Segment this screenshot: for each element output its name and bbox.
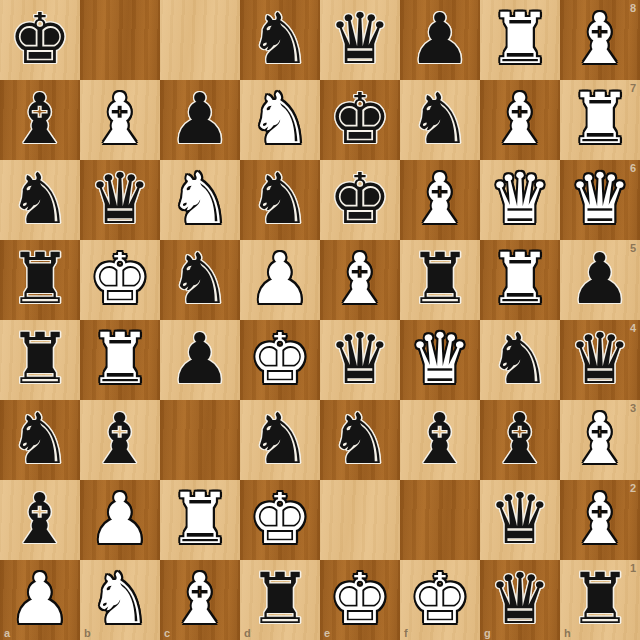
square-d5[interactable]: ♟ xyxy=(240,240,320,320)
square-g5[interactable]: ♜ xyxy=(480,240,560,320)
piece-white-rook[interactable]: ♜ xyxy=(480,240,560,320)
piece-black-bishop[interactable]: ♝ xyxy=(0,480,80,560)
piece-white-rook[interactable]: ♜ xyxy=(480,0,560,80)
piece-white-knight[interactable]: ♞ xyxy=(240,80,320,160)
piece-black-rook[interactable]: ♜ xyxy=(0,240,80,320)
piece-black-queen[interactable]: ♛ xyxy=(320,320,400,400)
piece-white-knight[interactable]: ♞ xyxy=(160,160,240,240)
piece-white-bishop[interactable]: ♝ xyxy=(560,400,640,480)
square-e4[interactable]: ♛ xyxy=(320,320,400,400)
square-a6[interactable]: ♞ xyxy=(0,160,80,240)
square-c8[interactable] xyxy=(160,0,240,80)
piece-white-bishop[interactable]: ♝ xyxy=(480,80,560,160)
piece-black-bishop[interactable]: ♝ xyxy=(480,400,560,480)
piece-black-knight[interactable]: ♞ xyxy=(0,160,80,240)
piece-white-bishop[interactable]: ♝ xyxy=(560,480,640,560)
piece-black-knight[interactable]: ♞ xyxy=(240,400,320,480)
piece-black-queen[interactable]: ♛ xyxy=(480,480,560,560)
square-d4[interactable]: ♚ xyxy=(240,320,320,400)
square-c2[interactable]: ♜ xyxy=(160,480,240,560)
piece-white-pawn[interactable]: ♟ xyxy=(240,240,320,320)
piece-white-king[interactable]: ♚ xyxy=(320,560,400,640)
square-h1[interactable]: ♜1h xyxy=(560,560,640,640)
chess-board-wrap: ♚♞♛♟♜♝8♝♝♟♞♚♞♝♜7♞♛♞♞♚♝♛♛6♜♚♞♟♝♜♜♟5♜♜♟♚♛♛… xyxy=(0,0,640,640)
square-f5[interactable]: ♜ xyxy=(400,240,480,320)
square-f7[interactable]: ♞ xyxy=(400,80,480,160)
square-h3[interactable]: ♝3 xyxy=(560,400,640,480)
square-g1[interactable]: ♛g xyxy=(480,560,560,640)
square-b2[interactable]: ♟ xyxy=(80,480,160,560)
piece-black-rook[interactable]: ♜ xyxy=(0,320,80,400)
square-a8[interactable]: ♚ xyxy=(0,0,80,80)
piece-white-rook[interactable]: ♜ xyxy=(80,320,160,400)
piece-black-king[interactable]: ♚ xyxy=(320,80,400,160)
piece-black-pawn[interactable]: ♟ xyxy=(160,80,240,160)
square-e5[interactable]: ♝ xyxy=(320,240,400,320)
piece-black-bishop[interactable]: ♝ xyxy=(80,400,160,480)
square-f4[interactable]: ♛ xyxy=(400,320,480,400)
square-g7[interactable]: ♝ xyxy=(480,80,560,160)
square-h4[interactable]: ♛4 xyxy=(560,320,640,400)
square-a7[interactable]: ♝ xyxy=(0,80,80,160)
square-e2[interactable] xyxy=(320,480,400,560)
square-c6[interactable]: ♞ xyxy=(160,160,240,240)
piece-black-rook[interactable]: ♜ xyxy=(400,240,480,320)
piece-black-queen[interactable]: ♛ xyxy=(320,0,400,80)
square-c5[interactable]: ♞ xyxy=(160,240,240,320)
piece-black-bishop[interactable]: ♝ xyxy=(0,80,80,160)
square-e6[interactable]: ♚ xyxy=(320,160,400,240)
piece-white-king[interactable]: ♚ xyxy=(240,480,320,560)
piece-white-king[interactable]: ♚ xyxy=(400,560,480,640)
piece-white-rook[interactable]: ♜ xyxy=(160,480,240,560)
square-c7[interactable]: ♟ xyxy=(160,80,240,160)
piece-white-bishop[interactable]: ♝ xyxy=(160,560,240,640)
square-b6[interactable]: ♛ xyxy=(80,160,160,240)
square-g3[interactable]: ♝ xyxy=(480,400,560,480)
piece-white-rook[interactable]: ♜ xyxy=(560,80,640,160)
square-b8[interactable] xyxy=(80,0,160,80)
square-b5[interactable]: ♚ xyxy=(80,240,160,320)
square-c4[interactable]: ♟ xyxy=(160,320,240,400)
square-b3[interactable]: ♝ xyxy=(80,400,160,480)
piece-white-bishop[interactable]: ♝ xyxy=(80,80,160,160)
piece-black-knight[interactable]: ♞ xyxy=(320,400,400,480)
square-d2[interactable]: ♚ xyxy=(240,480,320,560)
square-b4[interactable]: ♜ xyxy=(80,320,160,400)
piece-black-queen[interactable]: ♛ xyxy=(560,320,640,400)
piece-white-pawn[interactable]: ♟ xyxy=(0,560,80,640)
square-e7[interactable]: ♚ xyxy=(320,80,400,160)
square-b1[interactable]: ♞b xyxy=(80,560,160,640)
square-e3[interactable]: ♞ xyxy=(320,400,400,480)
piece-black-knight[interactable]: ♞ xyxy=(160,240,240,320)
piece-white-queen[interactable]: ♛ xyxy=(480,160,560,240)
piece-black-bishop[interactable]: ♝ xyxy=(400,400,480,480)
square-a4[interactable]: ♜ xyxy=(0,320,80,400)
piece-black-knight[interactable]: ♞ xyxy=(400,80,480,160)
square-a3[interactable]: ♞ xyxy=(0,400,80,480)
square-g2[interactable]: ♛ xyxy=(480,480,560,560)
square-g8[interactable]: ♜ xyxy=(480,0,560,80)
square-h2[interactable]: ♝2 xyxy=(560,480,640,560)
square-f3[interactable]: ♝ xyxy=(400,400,480,480)
piece-white-bishop[interactable]: ♝ xyxy=(560,0,640,80)
piece-white-king[interactable]: ♚ xyxy=(240,320,320,400)
square-h5[interactable]: ♟5 xyxy=(560,240,640,320)
square-f1[interactable]: ♚f xyxy=(400,560,480,640)
piece-black-pawn[interactable]: ♟ xyxy=(560,240,640,320)
piece-black-king[interactable]: ♚ xyxy=(0,0,80,80)
piece-black-knight[interactable]: ♞ xyxy=(480,320,560,400)
piece-white-bishop[interactable]: ♝ xyxy=(400,160,480,240)
piece-black-king[interactable]: ♚ xyxy=(320,160,400,240)
piece-white-queen[interactable]: ♛ xyxy=(560,160,640,240)
square-a1[interactable]: ♟a xyxy=(0,560,80,640)
piece-black-knight[interactable]: ♞ xyxy=(240,0,320,80)
piece-black-knight[interactable]: ♞ xyxy=(240,160,320,240)
piece-white-bishop[interactable]: ♝ xyxy=(320,240,400,320)
piece-black-queen[interactable]: ♛ xyxy=(480,560,560,640)
square-h6[interactable]: ♛6 xyxy=(560,160,640,240)
square-d7[interactable]: ♞ xyxy=(240,80,320,160)
square-d6[interactable]: ♞ xyxy=(240,160,320,240)
piece-white-queen[interactable]: ♛ xyxy=(400,320,480,400)
square-f6[interactable]: ♝ xyxy=(400,160,480,240)
square-d3[interactable]: ♞ xyxy=(240,400,320,480)
square-a2[interactable]: ♝ xyxy=(0,480,80,560)
piece-black-pawn[interactable]: ♟ xyxy=(400,0,480,80)
square-f8[interactable]: ♟ xyxy=(400,0,480,80)
piece-black-queen[interactable]: ♛ xyxy=(80,160,160,240)
square-f2[interactable] xyxy=(400,480,480,560)
square-d1[interactable]: ♜d xyxy=(240,560,320,640)
square-g6[interactable]: ♛ xyxy=(480,160,560,240)
piece-black-rook[interactable]: ♜ xyxy=(240,560,320,640)
piece-black-rook[interactable]: ♜ xyxy=(560,560,640,640)
square-e1[interactable]: ♚e xyxy=(320,560,400,640)
piece-white-knight[interactable]: ♞ xyxy=(80,560,160,640)
square-c1[interactable]: ♝c xyxy=(160,560,240,640)
square-g4[interactable]: ♞ xyxy=(480,320,560,400)
chess-board: ♚♞♛♟♜♝8♝♝♟♞♚♞♝♜7♞♛♞♞♚♝♛♛6♜♚♞♟♝♜♜♟5♜♜♟♚♛♛… xyxy=(0,0,640,640)
piece-black-pawn[interactable]: ♟ xyxy=(160,320,240,400)
square-c3[interactable] xyxy=(160,400,240,480)
piece-black-knight[interactable]: ♞ xyxy=(0,400,80,480)
square-h8[interactable]: ♝8 xyxy=(560,0,640,80)
square-d8[interactable]: ♞ xyxy=(240,0,320,80)
square-e8[interactable]: ♛ xyxy=(320,0,400,80)
square-b7[interactable]: ♝ xyxy=(80,80,160,160)
square-h7[interactable]: ♜7 xyxy=(560,80,640,160)
square-a5[interactable]: ♜ xyxy=(0,240,80,320)
piece-white-king[interactable]: ♚ xyxy=(80,240,160,320)
piece-white-pawn[interactable]: ♟ xyxy=(80,480,160,560)
